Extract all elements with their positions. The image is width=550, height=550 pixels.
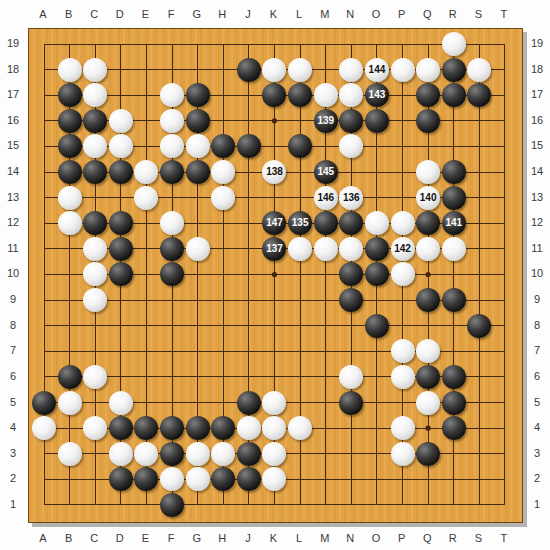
stone-p10[interactable] — [391, 262, 415, 286]
stone-s8[interactable] — [467, 314, 491, 338]
stone-j15[interactable] — [237, 134, 261, 158]
col-label-top-s: S — [468, 7, 488, 21]
stone-b13[interactable] — [58, 186, 82, 210]
col-label-top-l: L — [289, 7, 309, 21]
col-label-bottom-o: O — [366, 531, 386, 545]
stone-k5[interactable] — [262, 391, 286, 415]
stone-r4[interactable] — [442, 416, 466, 440]
stone-f10[interactable] — [160, 262, 184, 286]
stone-b12[interactable] — [58, 211, 82, 235]
stone-f16[interactable] — [160, 109, 184, 133]
move-number-label: 140 — [420, 193, 437, 203]
stone-k12[interactable]: 147 — [262, 211, 286, 235]
row-label-left-9: 9 — [3, 292, 23, 306]
stone-b17[interactable] — [58, 83, 82, 107]
stone-r13[interactable] — [442, 186, 466, 210]
move-number-label: 136 — [343, 193, 360, 203]
stone-r14[interactable] — [442, 160, 466, 184]
stone-f14[interactable] — [160, 160, 184, 184]
col-label-bottom-p: P — [392, 531, 412, 545]
stone-b16[interactable] — [58, 109, 82, 133]
stone-g3[interactable] — [186, 442, 210, 466]
move-number-label: 143 — [369, 90, 386, 100]
stone-q3[interactable] — [416, 442, 440, 466]
stone-q5[interactable] — [416, 391, 440, 415]
row-label-right-17: 17 — [527, 87, 547, 101]
row-label-left-2: 2 — [3, 471, 23, 485]
stone-f17[interactable] — [160, 83, 184, 107]
stone-e2[interactable] — [134, 467, 158, 491]
stone-q12[interactable] — [416, 211, 440, 235]
stone-b6[interactable] — [58, 365, 82, 389]
col-label-bottom-s: S — [468, 531, 488, 545]
stone-n6[interactable] — [339, 365, 363, 389]
stone-o16[interactable] — [365, 109, 389, 133]
col-label-top-f: F — [161, 7, 181, 21]
stone-f15[interactable] — [160, 134, 184, 158]
stone-d12[interactable] — [109, 211, 133, 235]
stone-h13[interactable] — [211, 186, 235, 210]
stone-k3[interactable] — [262, 442, 286, 466]
row-label-right-13: 13 — [527, 190, 547, 204]
stone-h4[interactable] — [211, 416, 235, 440]
row-label-right-1: 1 — [527, 497, 547, 511]
move-number-label: 146 — [317, 193, 334, 203]
stone-k4[interactable] — [262, 416, 286, 440]
col-label-top-t: T — [494, 7, 514, 21]
stone-k2[interactable] — [262, 467, 286, 491]
col-label-bottom-n: N — [340, 531, 360, 545]
stone-r6[interactable] — [442, 365, 466, 389]
stone-o11[interactable] — [365, 237, 389, 261]
row-label-right-7: 7 — [527, 343, 547, 357]
stone-e3[interactable] — [134, 442, 158, 466]
stone-c6[interactable] — [83, 365, 107, 389]
col-label-bottom-c: C — [84, 531, 104, 545]
stone-q18[interactable] — [416, 58, 440, 82]
row-label-right-14: 14 — [527, 164, 547, 178]
stone-a4[interactable] — [32, 416, 56, 440]
move-number-label: 144 — [369, 65, 386, 75]
row-label-right-4: 4 — [527, 420, 547, 434]
col-label-top-c: C — [84, 7, 104, 21]
stone-f4[interactable] — [160, 416, 184, 440]
stone-g16[interactable] — [186, 109, 210, 133]
col-label-top-m: M — [315, 7, 335, 21]
stone-j5[interactable] — [237, 391, 261, 415]
stone-q17[interactable] — [416, 83, 440, 107]
stone-n9[interactable] — [339, 288, 363, 312]
stone-r18[interactable] — [442, 58, 466, 82]
row-label-left-6: 6 — [3, 369, 23, 383]
stone-b14[interactable] — [58, 160, 82, 184]
row-label-right-5: 5 — [527, 395, 547, 409]
stone-c14[interactable] — [83, 160, 107, 184]
col-label-top-g: G — [187, 7, 207, 21]
row-label-right-10: 10 — [527, 266, 547, 280]
stone-h15[interactable] — [211, 134, 235, 158]
col-label-bottom-r: R — [443, 531, 463, 545]
stone-q16[interactable] — [416, 109, 440, 133]
row-label-left-18: 18 — [3, 62, 23, 76]
stone-n16[interactable] — [339, 109, 363, 133]
stone-m14[interactable]: 145 — [314, 160, 338, 184]
stone-d14[interactable] — [109, 160, 133, 184]
stone-l4[interactable] — [288, 416, 312, 440]
stone-b15[interactable] — [58, 134, 82, 158]
move-number-label: 137 — [266, 244, 283, 254]
col-label-top-j: J — [238, 7, 258, 21]
stone-c12[interactable] — [83, 211, 107, 235]
stone-r12[interactable]: 141 — [442, 211, 466, 235]
stone-d2[interactable] — [109, 467, 133, 491]
col-label-bottom-a: A — [33, 531, 53, 545]
stone-c9[interactable] — [83, 288, 107, 312]
stone-l15[interactable] — [288, 134, 312, 158]
col-label-top-h: H — [212, 7, 232, 21]
row-label-left-16: 16 — [3, 113, 23, 127]
stone-f11[interactable] — [160, 237, 184, 261]
col-label-top-d: D — [110, 7, 130, 21]
row-label-left-3: 3 — [3, 446, 23, 460]
stone-j2[interactable] — [237, 467, 261, 491]
row-label-right-9: 9 — [527, 292, 547, 306]
stone-f2[interactable] — [160, 467, 184, 491]
stone-m17[interactable] — [314, 83, 338, 107]
stone-p12[interactable] — [391, 211, 415, 235]
stone-d4[interactable] — [109, 416, 133, 440]
stone-h2[interactable] — [211, 467, 235, 491]
stone-n5[interactable] — [339, 391, 363, 415]
stone-f1[interactable] — [160, 493, 184, 517]
col-label-top-p: P — [392, 7, 412, 21]
stone-d5[interactable] — [109, 391, 133, 415]
stone-p18[interactable] — [391, 58, 415, 82]
stone-b18[interactable] — [58, 58, 82, 82]
col-label-bottom-q: Q — [417, 531, 437, 545]
stone-l12[interactable]: 135 — [288, 211, 312, 235]
row-label-right-11: 11 — [527, 241, 547, 255]
stone-d15[interactable] — [109, 134, 133, 158]
row-label-right-16: 16 — [527, 113, 547, 127]
stone-a5[interactable] — [32, 391, 56, 415]
row-label-left-5: 5 — [3, 395, 23, 409]
stone-j4[interactable] — [237, 416, 261, 440]
stone-o18[interactable]: 144 — [365, 58, 389, 82]
stone-n15[interactable] — [339, 134, 363, 158]
stone-h3[interactable] — [211, 442, 235, 466]
col-label-top-r: R — [443, 7, 463, 21]
stone-r11[interactable] — [442, 237, 466, 261]
stone-n17[interactable] — [339, 83, 363, 107]
stone-n11[interactable] — [339, 237, 363, 261]
stone-e13[interactable] — [134, 186, 158, 210]
stone-h14[interactable] — [211, 160, 235, 184]
stone-m16[interactable]: 139 — [314, 109, 338, 133]
stone-l11[interactable] — [288, 237, 312, 261]
stone-r9[interactable] — [442, 288, 466, 312]
row-label-left-12: 12 — [3, 215, 23, 229]
row-label-right-8: 8 — [527, 318, 547, 332]
stone-d3[interactable] — [109, 442, 133, 466]
col-label-bottom-e: E — [135, 531, 155, 545]
stone-j3[interactable] — [237, 442, 261, 466]
stone-k14[interactable]: 138 — [262, 160, 286, 184]
row-label-left-4: 4 — [3, 420, 23, 434]
stone-c17[interactable] — [83, 83, 107, 107]
move-number-label: 141 — [445, 218, 462, 228]
stone-s18[interactable] — [467, 58, 491, 82]
row-label-right-18: 18 — [527, 62, 547, 76]
stone-m11[interactable] — [314, 237, 338, 261]
stone-r5[interactable] — [442, 391, 466, 415]
col-label-top-n: N — [340, 7, 360, 21]
stone-c16[interactable] — [83, 109, 107, 133]
col-label-top-q: Q — [417, 7, 437, 21]
stone-c18[interactable] — [83, 58, 107, 82]
col-label-top-b: B — [59, 7, 79, 21]
stone-n13[interactable]: 136 — [339, 186, 363, 210]
stone-c15[interactable] — [83, 134, 107, 158]
go-board-app: 144143139138145146136140147135141137142 … — [0, 0, 550, 550]
stone-q9[interactable] — [416, 288, 440, 312]
stone-o8[interactable] — [365, 314, 389, 338]
stone-r19[interactable] — [442, 32, 466, 56]
stone-c11[interactable] — [83, 237, 107, 261]
stone-g14[interactable] — [186, 160, 210, 184]
stone-s17[interactable] — [467, 83, 491, 107]
col-label-bottom-t: T — [494, 531, 514, 545]
stone-q6[interactable] — [416, 365, 440, 389]
stone-k11[interactable]: 137 — [262, 237, 286, 261]
stone-f12[interactable] — [160, 211, 184, 235]
col-label-bottom-h: H — [212, 531, 232, 545]
stone-b3[interactable] — [58, 442, 82, 466]
stone-q7[interactable] — [416, 339, 440, 363]
stone-j18[interactable] — [237, 58, 261, 82]
stone-l18[interactable] — [288, 58, 312, 82]
move-number-label: 147 — [266, 218, 283, 228]
stone-c4[interactable] — [83, 416, 107, 440]
stone-p7[interactable] — [391, 339, 415, 363]
move-number-label: 142 — [394, 244, 411, 254]
col-label-bottom-b: B — [59, 531, 79, 545]
col-label-bottom-g: G — [187, 531, 207, 545]
move-number-label: 145 — [317, 167, 334, 177]
col-label-bottom-f: F — [161, 531, 181, 545]
stone-p4[interactable] — [391, 416, 415, 440]
row-label-left-19: 19 — [3, 36, 23, 50]
row-label-right-19: 19 — [527, 36, 547, 50]
stone-g2[interactable] — [186, 467, 210, 491]
stone-l17[interactable] — [288, 83, 312, 107]
stone-g11[interactable] — [186, 237, 210, 261]
col-label-top-o: O — [366, 7, 386, 21]
stone-g15[interactable] — [186, 134, 210, 158]
col-label-top-e: E — [135, 7, 155, 21]
stone-m13[interactable]: 146 — [314, 186, 338, 210]
stone-o12[interactable] — [365, 211, 389, 235]
stone-o17[interactable]: 143 — [365, 83, 389, 107]
stone-p6[interactable] — [391, 365, 415, 389]
row-label-right-2: 2 — [527, 471, 547, 485]
stone-k17[interactable] — [262, 83, 286, 107]
col-label-top-k: K — [263, 7, 283, 21]
stone-o10[interactable] — [365, 262, 389, 286]
move-number-label: 139 — [317, 116, 334, 126]
go-board[interactable]: 144143139138145146136140147135141137142 — [28, 28, 523, 523]
col-label-bottom-l: L — [289, 531, 309, 545]
stone-q13[interactable]: 140 — [416, 186, 440, 210]
stone-e14[interactable] — [134, 160, 158, 184]
stone-b5[interactable] — [58, 391, 82, 415]
move-number-label: 135 — [292, 218, 309, 228]
move-number-label: 138 — [266, 167, 283, 177]
stone-p11[interactable]: 142 — [391, 237, 415, 261]
stone-k18[interactable] — [262, 58, 286, 82]
col-label-bottom-m: M — [315, 531, 335, 545]
row-label-right-15: 15 — [527, 138, 547, 152]
stone-q14[interactable] — [416, 160, 440, 184]
stone-f3[interactable] — [160, 442, 184, 466]
stone-m12[interactable] — [314, 211, 338, 235]
row-label-left-8: 8 — [3, 318, 23, 332]
col-label-top-a: A — [33, 7, 53, 21]
row-label-left-17: 17 — [3, 87, 23, 101]
row-label-left-10: 10 — [3, 266, 23, 280]
stone-n12[interactable] — [339, 211, 363, 235]
stone-e4[interactable] — [134, 416, 158, 440]
row-label-left-14: 14 — [3, 164, 23, 178]
stone-d10[interactable] — [109, 262, 133, 286]
row-label-right-3: 3 — [527, 446, 547, 460]
col-label-bottom-j: J — [238, 531, 258, 545]
row-label-left-11: 11 — [3, 241, 23, 255]
stone-r17[interactable] — [442, 83, 466, 107]
stone-d16[interactable] — [109, 109, 133, 133]
row-label-left-1: 1 — [3, 497, 23, 511]
stone-g17[interactable] — [186, 83, 210, 107]
col-label-bottom-k: K — [263, 531, 283, 545]
stone-d11[interactable] — [109, 237, 133, 261]
stone-c10[interactable] — [83, 262, 107, 286]
row-label-right-12: 12 — [527, 215, 547, 229]
row-label-right-6: 6 — [527, 369, 547, 383]
row-label-left-13: 13 — [3, 190, 23, 204]
col-label-bottom-d: D — [110, 531, 130, 545]
stone-n18[interactable] — [339, 58, 363, 82]
row-label-left-15: 15 — [3, 138, 23, 152]
stone-g4[interactable] — [186, 416, 210, 440]
stone-p3[interactable] — [391, 442, 415, 466]
stone-n10[interactable] — [339, 262, 363, 286]
stone-q11[interactable] — [416, 237, 440, 261]
row-label-left-7: 7 — [3, 343, 23, 357]
